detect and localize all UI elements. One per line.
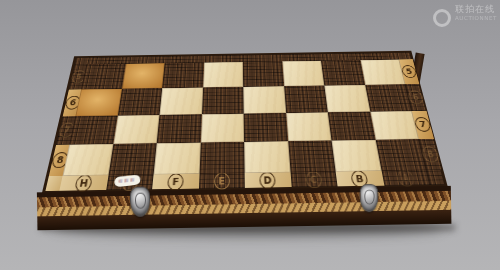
chessboard-box-lid: 5678 5678 HGFEDCBA bbox=[42, 51, 448, 193]
board-square bbox=[160, 87, 203, 114]
board-square bbox=[202, 87, 244, 114]
board-square bbox=[122, 63, 165, 88]
board-square bbox=[117, 88, 162, 115]
board-square bbox=[288, 141, 336, 173]
board-square bbox=[365, 84, 412, 111]
border-section: F bbox=[152, 174, 199, 189]
border-section: C bbox=[290, 172, 337, 187]
board-square bbox=[324, 85, 370, 112]
board-square bbox=[63, 144, 113, 176]
photo-background: 联拍在线 auctionnet 5678 5678 HGFEDCBA bbox=[0, 0, 500, 270]
board-square bbox=[69, 115, 117, 144]
sticker-illegible-text bbox=[118, 178, 136, 184]
board-square bbox=[370, 111, 419, 140]
board-square bbox=[244, 141, 290, 173]
board-square bbox=[332, 140, 382, 172]
border-section: D bbox=[245, 172, 292, 187]
board-square bbox=[203, 62, 244, 87]
board-square bbox=[321, 60, 365, 85]
file-label: A bbox=[396, 169, 415, 186]
metal-clasp-right bbox=[359, 184, 378, 212]
board-square bbox=[282, 61, 324, 86]
board-square bbox=[360, 59, 405, 84]
board-square bbox=[113, 115, 160, 144]
board-square bbox=[81, 64, 125, 89]
board-square bbox=[200, 113, 244, 142]
board-square bbox=[375, 139, 426, 171]
board-square bbox=[284, 85, 328, 112]
board-square bbox=[75, 89, 121, 116]
file-label: E bbox=[214, 172, 230, 189]
board-square bbox=[154, 143, 201, 175]
border-section: E bbox=[198, 173, 244, 188]
border-section: H bbox=[59, 175, 108, 191]
box-front-face bbox=[37, 186, 452, 230]
board-square bbox=[286, 112, 332, 141]
board-square bbox=[199, 142, 245, 174]
board-square bbox=[157, 114, 202, 143]
file-label: D bbox=[259, 172, 276, 189]
border-section bbox=[427, 170, 445, 185]
file-label: H bbox=[74, 174, 93, 191]
board-square bbox=[244, 113, 288, 142]
board-square bbox=[243, 61, 284, 86]
clasp-ridge bbox=[135, 193, 146, 209]
board-square bbox=[328, 111, 375, 140]
board-squares bbox=[63, 59, 427, 175]
board-square bbox=[162, 63, 204, 88]
clasp-ridge bbox=[364, 190, 374, 205]
board-square bbox=[243, 86, 285, 113]
chess-box-scene: 5678 5678 HGFEDCBA bbox=[0, 0, 500, 270]
border-section: A bbox=[381, 170, 430, 185]
metal-clasp-left bbox=[130, 187, 150, 217]
board-square bbox=[108, 143, 157, 175]
file-label: F bbox=[167, 173, 184, 190]
file-label: C bbox=[305, 171, 323, 188]
